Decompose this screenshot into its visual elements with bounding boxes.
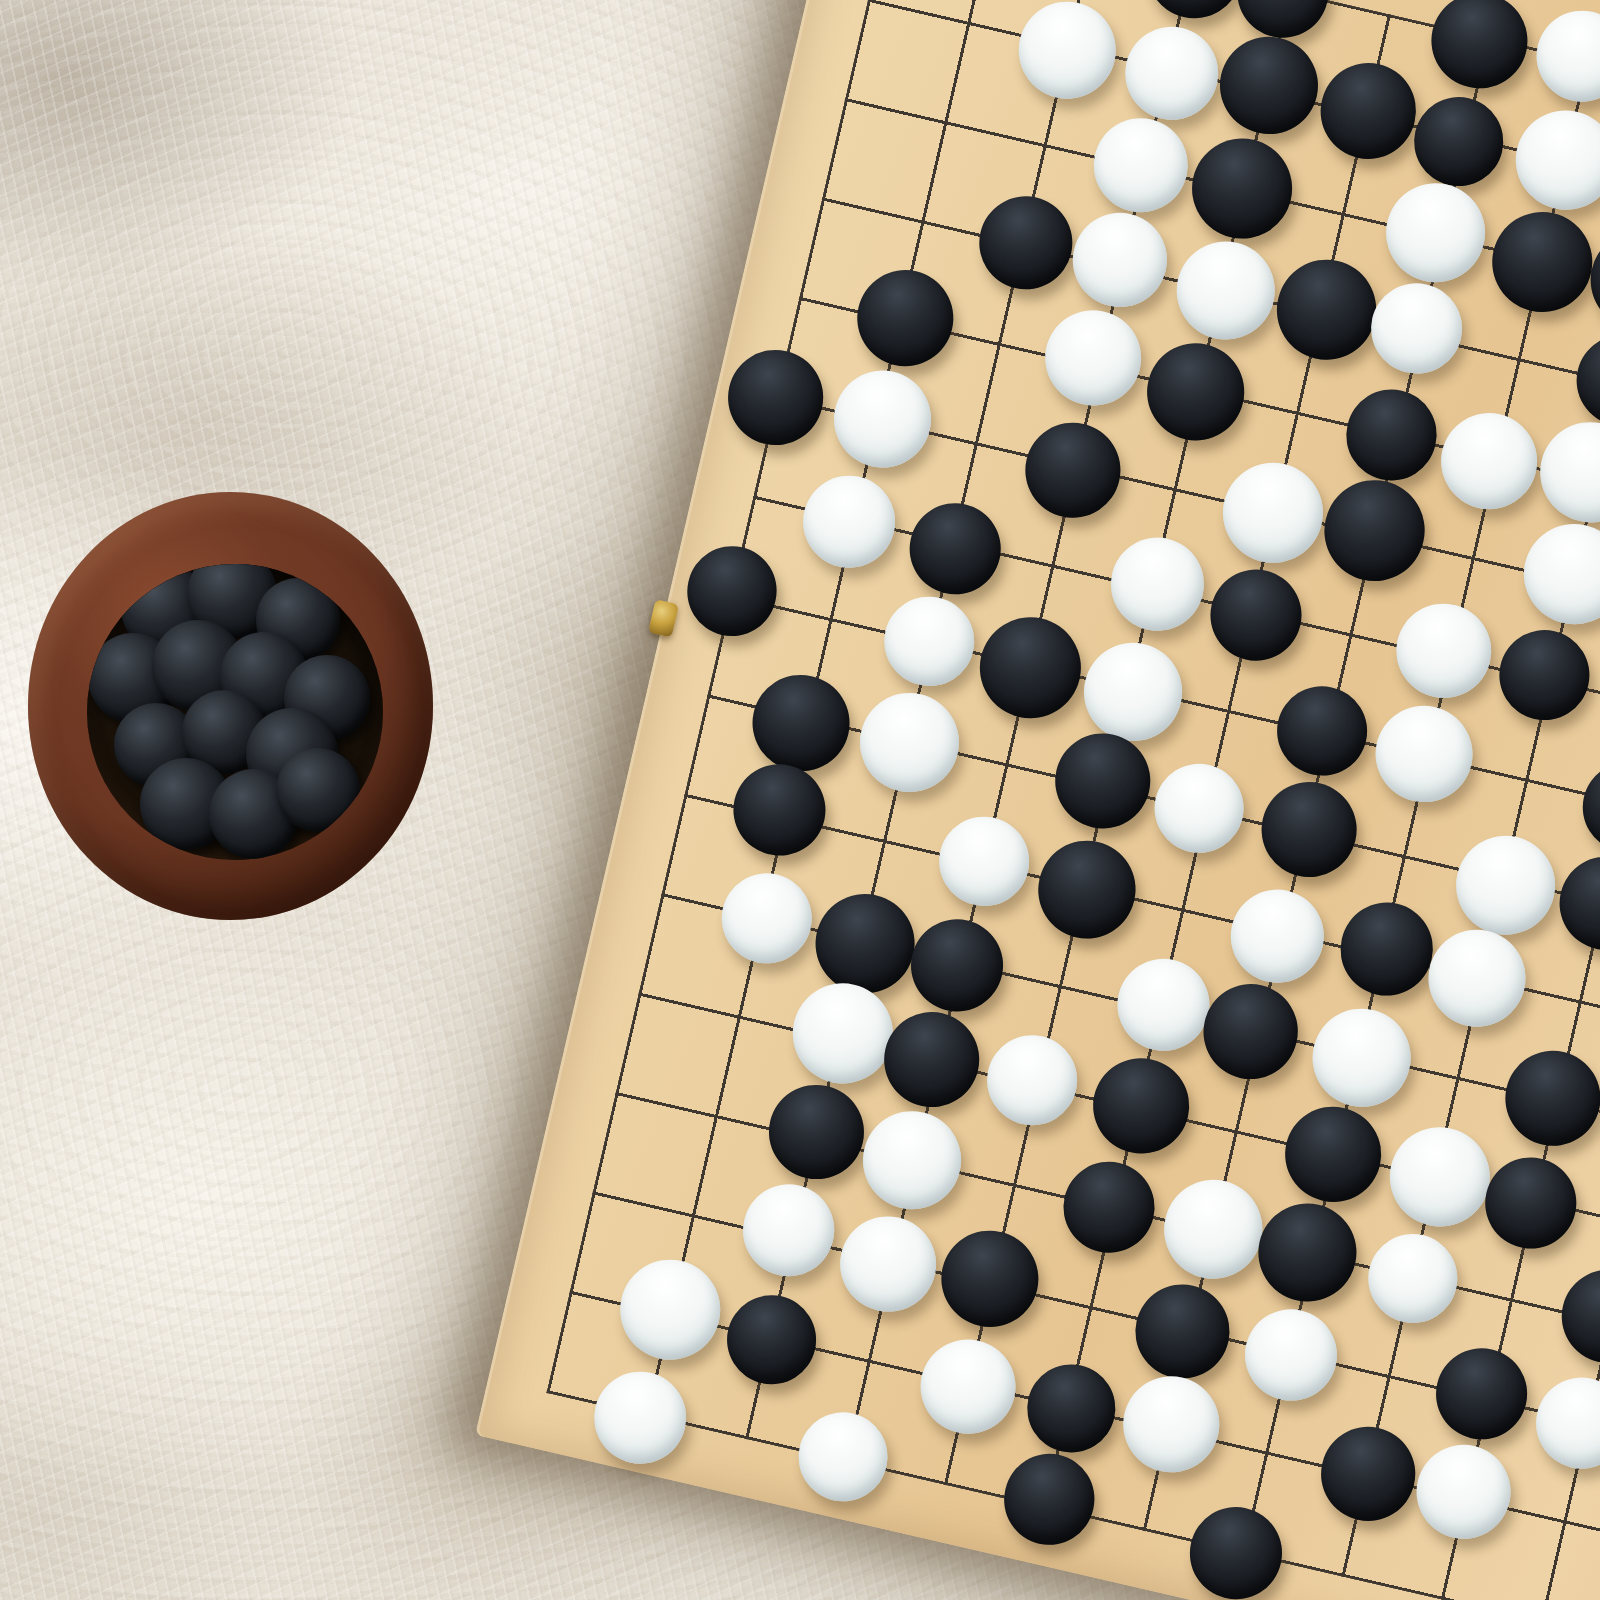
black-stone <box>1029 831 1146 948</box>
black-stone <box>1252 773 1366 887</box>
white-stone <box>789 1403 896 1510</box>
black-stone <box>1405 88 1512 195</box>
black-stone <box>1314 471 1435 592</box>
black-stone <box>1551 847 1600 958</box>
white-stone <box>1387 594 1500 707</box>
white-stone <box>1116 18 1228 130</box>
black-stone <box>1249 1194 1366 1311</box>
black-stone <box>718 1286 825 1393</box>
black-stone <box>1568 326 1600 435</box>
black-stone <box>1476 1149 1585 1258</box>
white-stone <box>585 1363 695 1473</box>
white-stone <box>1167 232 1284 349</box>
white-stone <box>712 864 820 972</box>
black-stone <box>1055 1153 1164 1262</box>
white-stone <box>831 1207 945 1321</box>
white-stone <box>783 974 903 1094</box>
black-stone <box>995 1445 1103 1553</box>
black-stone <box>1268 677 1375 784</box>
black-stone <box>1267 250 1386 369</box>
white-stone <box>911 1330 1024 1443</box>
black-stone <box>902 910 1012 1020</box>
white-stone <box>610 1250 730 1370</box>
white-stone <box>1366 696 1482 812</box>
stone-bowl <box>28 492 433 920</box>
black-stone <box>678 538 786 646</box>
black-stone <box>1181 1498 1291 1600</box>
white-stone <box>794 466 905 577</box>
white-stone <box>1009 0 1125 109</box>
white-stone <box>1446 826 1565 945</box>
black-stone <box>970 187 1082 299</box>
white-stone <box>1530 412 1600 532</box>
black-stone <box>1312 1418 1424 1530</box>
black-stone <box>806 884 924 1002</box>
black-stone <box>1428 1339 1537 1448</box>
black-stone <box>1046 724 1161 839</box>
black-stone <box>1553 1261 1600 1373</box>
white-stone <box>1360 1225 1467 1332</box>
black-stone <box>970 607 1091 728</box>
black-stone <box>1211 27 1328 144</box>
white-stone <box>1419 920 1535 1036</box>
black-stone <box>1337 381 1445 489</box>
white-stone <box>1064 204 1176 316</box>
black-stone <box>1018 1355 1125 1462</box>
white-stone <box>1514 514 1600 635</box>
white-stone <box>979 1026 1087 1134</box>
white-stone <box>1102 529 1213 640</box>
bowl-black-stone <box>276 748 361 833</box>
black-stone <box>724 755 834 865</box>
white-stone <box>1154 1170 1272 1288</box>
white-stone <box>1376 174 1495 293</box>
white-stone <box>1084 109 1197 222</box>
black-stone <box>1137 0 1252 28</box>
white-stone <box>1431 403 1547 519</box>
black-stone <box>1138 334 1254 450</box>
white-stone <box>1114 1367 1229 1482</box>
white-stone <box>1407 1436 1520 1549</box>
black-stone <box>875 1002 989 1116</box>
white-stone <box>1303 999 1420 1116</box>
black-stone <box>1083 1048 1198 1163</box>
black-stone <box>719 341 832 454</box>
white-stone <box>1380 1117 1500 1237</box>
black-stone <box>1422 0 1537 98</box>
black-stone <box>1126 1275 1239 1388</box>
black-stone <box>1311 54 1425 168</box>
black-stone <box>743 665 859 781</box>
white-stone <box>1075 634 1192 751</box>
white-stone <box>1236 1300 1346 1410</box>
bowl-cavity <box>87 564 383 860</box>
white-stone <box>1527 1368 1600 1477</box>
white-stone <box>1213 453 1333 573</box>
black-stone <box>759 1075 873 1189</box>
white-stone <box>1108 949 1218 1059</box>
white-stone <box>1362 274 1470 382</box>
white-stone <box>734 1175 844 1285</box>
black-stone <box>1276 1097 1390 1211</box>
black-stone <box>1201 561 1310 670</box>
white-stone <box>1222 880 1333 991</box>
black-stone <box>1331 893 1442 1004</box>
white-stone <box>1146 755 1253 862</box>
black-stone <box>1574 754 1600 862</box>
white-stone <box>876 587 983 694</box>
white-stone <box>1506 100 1600 219</box>
black-stone <box>1194 975 1307 1088</box>
white-stone <box>824 361 940 477</box>
black-stone <box>848 260 963 375</box>
white-stone <box>853 1102 970 1219</box>
black-stone <box>1496 1041 1600 1155</box>
black-stone <box>1182 129 1302 249</box>
black-stone <box>1016 413 1130 527</box>
go-scene: { "game": "go", "scene": { "description"… <box>0 0 1600 1600</box>
white-stone <box>930 808 1037 915</box>
black-stone <box>932 1221 1048 1337</box>
white-stone <box>1036 300 1151 415</box>
black-stone <box>1482 202 1600 322</box>
white-stone <box>850 684 969 803</box>
black-stone <box>901 494 1010 603</box>
black-stone <box>1490 621 1598 729</box>
white-stone <box>1528 2 1600 111</box>
